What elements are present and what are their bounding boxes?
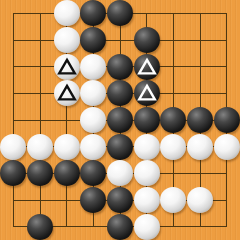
white-stone bbox=[134, 187, 160, 213]
black-stone bbox=[107, 187, 133, 213]
white-stone bbox=[54, 54, 80, 80]
black-stone bbox=[27, 214, 53, 240]
white-stone bbox=[134, 214, 160, 240]
black-stone bbox=[107, 107, 133, 133]
black-stone bbox=[134, 80, 160, 106]
black-stone bbox=[134, 107, 160, 133]
black-stone bbox=[107, 54, 133, 80]
white-stone bbox=[80, 134, 106, 160]
black-stone bbox=[107, 134, 133, 160]
black-stone bbox=[134, 54, 160, 80]
black-stone bbox=[107, 214, 133, 240]
black-stone bbox=[214, 107, 240, 133]
white-stone bbox=[214, 134, 240, 160]
white-stone bbox=[160, 187, 186, 213]
white-stone bbox=[27, 134, 53, 160]
black-stone bbox=[107, 80, 133, 106]
black-stone bbox=[187, 107, 213, 133]
black-stone bbox=[134, 27, 160, 53]
white-stone bbox=[187, 187, 213, 213]
white-stone bbox=[80, 80, 106, 106]
black-stone bbox=[0, 160, 26, 186]
black-stone bbox=[80, 0, 106, 26]
white-stone bbox=[134, 160, 160, 186]
black-stone bbox=[27, 160, 53, 186]
black-stone bbox=[54, 160, 80, 186]
white-stone bbox=[0, 134, 26, 160]
black-stone bbox=[160, 107, 186, 133]
white-stone bbox=[80, 107, 106, 133]
black-stone bbox=[80, 27, 106, 53]
white-stone bbox=[107, 160, 133, 186]
black-stone bbox=[80, 160, 106, 186]
white-stone bbox=[160, 134, 186, 160]
black-stone bbox=[80, 187, 106, 213]
white-stone bbox=[80, 54, 106, 80]
white-stone bbox=[54, 134, 80, 160]
go-board[interactable] bbox=[0, 0, 240, 240]
white-stone bbox=[134, 134, 160, 160]
white-stone bbox=[54, 80, 80, 106]
white-stone bbox=[54, 27, 80, 53]
white-stone bbox=[54, 0, 80, 26]
white-stone bbox=[187, 134, 213, 160]
black-stone bbox=[107, 0, 133, 26]
